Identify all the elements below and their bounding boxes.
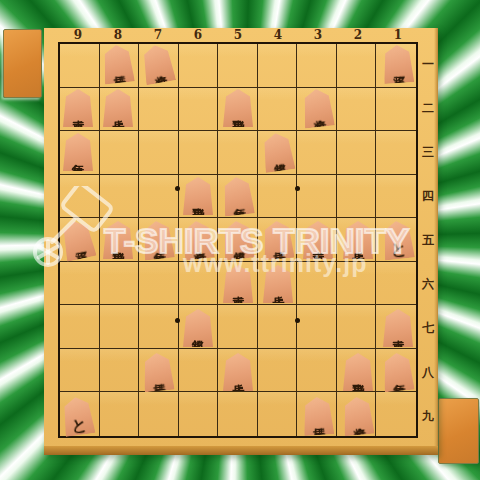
piece-kakugyo[interactable]: 角行 bbox=[381, 352, 414, 392]
square-7-8: 桂馬 bbox=[138, 350, 178, 394]
square-1-7: 香車 bbox=[378, 306, 418, 350]
file-label: 3 bbox=[298, 28, 338, 42]
piece-kyosha[interactable]: 香車 bbox=[383, 309, 413, 347]
piece-kanji: 銀将 bbox=[272, 153, 284, 155]
square-5-2: 飛車 bbox=[218, 86, 258, 130]
square-1-1: 王将 bbox=[378, 42, 418, 86]
square-9-3: 角行 bbox=[58, 130, 98, 174]
square-2-8: 飛車 bbox=[338, 350, 378, 394]
file-label: 6 bbox=[178, 28, 218, 42]
square-8-1: 桂馬 bbox=[98, 42, 138, 86]
file-label: 8 bbox=[98, 28, 138, 42]
file-label: 9 bbox=[58, 28, 98, 42]
piece-kanji: 角行 bbox=[392, 373, 404, 374]
piece-fuhyo[interactable]: 歩兵 bbox=[223, 353, 253, 391]
file-label: 7 bbox=[138, 28, 178, 42]
board-bottom-edge bbox=[44, 446, 438, 455]
piece-hisha[interactable]: 飛車 bbox=[183, 177, 213, 215]
square-7-1: 金将 bbox=[138, 42, 178, 86]
piece-stand-top-left bbox=[3, 29, 42, 98]
piece-hisha[interactable]: 飛車 bbox=[223, 89, 253, 127]
piece-kinsho[interactable]: 金将 bbox=[140, 43, 176, 86]
square-2-9: 金将 bbox=[338, 394, 378, 438]
square-6-7: 銀将 bbox=[178, 306, 218, 350]
file-label: 4 bbox=[258, 28, 298, 42]
piece-fuhyo[interactable]: 歩兵 bbox=[103, 89, 133, 127]
file-label: 2 bbox=[338, 28, 378, 42]
file-label: 5 bbox=[218, 28, 258, 42]
piece-kinsho[interactable]: 金将 bbox=[341, 396, 374, 436]
square-5-4: 角行 bbox=[218, 174, 258, 218]
file-label: 1 bbox=[378, 28, 418, 42]
piece-ginsho[interactable]: 銀将 bbox=[183, 309, 213, 347]
square-3-2: 金将 bbox=[298, 86, 338, 130]
piece-kanji: 金将 bbox=[352, 417, 364, 418]
shogi-product-image: 987654321 一二三四五六七八九 桂馬金将王将香車歩兵飛車金将角行銀将飛車… bbox=[0, 0, 480, 480]
piece-kanji: 桂馬 bbox=[312, 417, 324, 418]
piece-kanji: 桂馬 bbox=[112, 65, 124, 66]
piece-kanji: と bbox=[69, 407, 87, 427]
piece-stand-bottom-right bbox=[438, 398, 479, 464]
square-1-8: 角行 bbox=[378, 350, 418, 394]
piece-kyosha[interactable]: 香車 bbox=[63, 89, 93, 127]
piece-tokin[interactable]: と bbox=[61, 395, 96, 437]
piece-keima[interactable]: 桂馬 bbox=[141, 352, 174, 392]
watermark-url-text: www.ttrinity.jp bbox=[183, 249, 367, 278]
piece-kanji: 角行 bbox=[232, 197, 244, 198]
piece-keima[interactable]: 桂馬 bbox=[302, 396, 335, 436]
piece-hisha[interactable]: 飛車 bbox=[343, 353, 373, 391]
square-4-3: 銀将 bbox=[258, 130, 298, 174]
piece-kinsho[interactable]: 金将 bbox=[301, 88, 335, 129]
piece-kanji: 金将 bbox=[152, 64, 164, 66]
square-9-9: と bbox=[58, 394, 98, 438]
piece-keima[interactable]: 桂馬 bbox=[101, 44, 135, 85]
board-side-edge bbox=[434, 28, 438, 455]
piece-kanji: 桂馬 bbox=[152, 373, 164, 374]
square-8-2: 歩兵 bbox=[98, 86, 138, 130]
square-6-4: 飛車 bbox=[178, 174, 218, 218]
piece-kakugyo[interactable]: 角行 bbox=[63, 133, 93, 171]
square-9-2: 香車 bbox=[58, 86, 98, 130]
piece-kanji: 金将 bbox=[312, 109, 324, 110]
piece-ginsho[interactable]: 銀将 bbox=[261, 131, 296, 173]
piece-osho[interactable]: 王将 bbox=[382, 44, 415, 84]
piece-kakugyo[interactable]: 角行 bbox=[221, 176, 255, 217]
piece-kanji: 王将 bbox=[392, 65, 404, 66]
square-3-9: 桂馬 bbox=[298, 394, 338, 438]
square-5-8: 歩兵 bbox=[218, 350, 258, 394]
file-labels: 987654321 bbox=[58, 28, 418, 42]
